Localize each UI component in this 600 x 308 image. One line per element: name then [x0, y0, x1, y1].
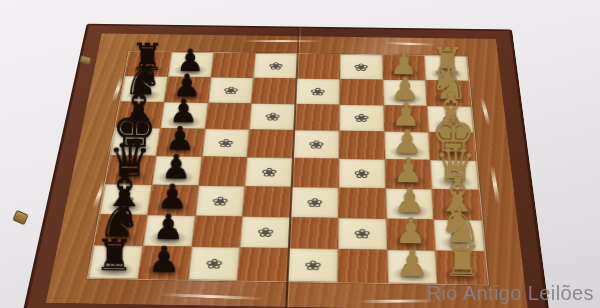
- floral-etching: ❀: [240, 216, 290, 248]
- black-pawn: ♟: [147, 241, 180, 277]
- watermark-text: Rio Antigo Leilões: [427, 282, 594, 305]
- square-b3: ❀: [338, 218, 387, 250]
- square-a7: ♟: [138, 246, 192, 280]
- square-d5: ❀: [245, 157, 293, 187]
- black-rook: ♜: [94, 233, 134, 277]
- square-b5: ❀: [240, 216, 290, 248]
- floral-etching: ❀: [287, 248, 337, 282]
- square-a4: ❀: [287, 248, 337, 282]
- square-b4: [289, 217, 338, 249]
- floral-etching: ❀: [245, 157, 293, 187]
- white-pawn: ♟: [396, 245, 429, 282]
- perspective-wrapper: ♜❀♟❀❀♟❀♜❀♞♟❀❀❀♟♞♝❀♟❀❀♟❀♝❀♚♟❀❀❀♟♚♛❀♟❀❀♟❀♛…: [0, 0, 600, 308]
- floral-etching: ❀: [338, 218, 387, 250]
- square-a2: ❀♟: [387, 250, 438, 284]
- square-a8: ❀♜: [88, 245, 143, 279]
- white-rook: ♜: [443, 239, 483, 283]
- chess-board: ♜❀♟❀❀♟❀♜❀♞♟❀❀❀♟♞♝❀♟❀❀♟❀♝❀♚♟❀❀❀♟♚♛❀♟❀❀♟❀♛…: [23, 24, 550, 308]
- square-b6: [191, 215, 242, 247]
- square-a5: [238, 248, 289, 282]
- square-a3: [337, 249, 387, 283]
- floral-etching: ❀: [188, 247, 240, 281]
- square-c3: [338, 188, 386, 219]
- square-a1: ♜: [436, 251, 488, 285]
- auction-photo-chess-set: ♜❀♟❀❀♟❀♜❀♞♟❀❀❀♟♞♝❀♟❀❀♟❀♝❀♚♟❀❀❀♟♚♛❀♟❀❀♟❀♛…: [0, 0, 600, 308]
- square-a6: ❀: [188, 247, 240, 281]
